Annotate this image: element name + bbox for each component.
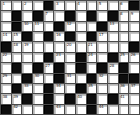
black-cell-r1c6 — [65, 11, 76, 21]
clue-number: 35 — [88, 84, 93, 88]
clue-number: 25 — [120, 53, 125, 57]
clue-number: 2 — [24, 2, 26, 6]
cell-r0c7[interactable]: 4 — [76, 1, 87, 11]
cell-r1c11[interactable]: 8 — [119, 11, 130, 21]
cell-r4c2[interactable]: 19 — [22, 42, 33, 52]
clue-number: 28 — [109, 64, 114, 68]
black-cell-r6c7 — [76, 63, 87, 73]
black-cell-r0c12 — [129, 1, 140, 11]
cell-r4c6[interactable]: 20 — [65, 42, 76, 52]
cell-r4c4[interactable] — [44, 42, 55, 52]
cell-r10c6[interactable] — [65, 105, 76, 115]
cell-r7c3[interactable]: 30 — [33, 74, 44, 84]
clue-number: 18 — [13, 43, 18, 47]
cell-r7c10[interactable] — [108, 74, 119, 84]
black-cell-r6c11 — [119, 63, 130, 73]
black-cell-r8c1 — [12, 84, 23, 94]
clue-number: 16 — [56, 33, 61, 37]
black-cell-r7c5 — [54, 74, 65, 84]
clue-number: 19 — [24, 43, 29, 47]
cell-r7c0[interactable]: 29 — [1, 74, 12, 84]
black-cell-r10c0 — [1, 105, 12, 115]
black-cell-r6c9 — [97, 63, 108, 73]
clue-number: 6 — [120, 2, 122, 6]
clue-number: 5 — [99, 2, 101, 6]
black-cell-r3c6 — [65, 32, 76, 42]
cell-r2c6[interactable]: 12 — [65, 22, 76, 32]
clue-number: 11 — [35, 22, 40, 26]
clue-number: 39 — [13, 95, 18, 99]
black-cell-r10c4 — [44, 105, 55, 115]
cell-r5c5[interactable]: 23 — [54, 53, 65, 63]
cell-r5c12[interactable]: 26 — [129, 53, 140, 63]
black-cell-r6c1 — [12, 63, 23, 73]
black-cell-r10c8 — [87, 105, 98, 115]
cell-r8c5[interactable]: 34 — [54, 84, 65, 94]
clue-number: 7 — [45, 12, 47, 16]
black-cell-r2c1 — [12, 22, 23, 32]
cell-r2c0[interactable] — [1, 22, 12, 32]
cell-r10c1[interactable]: 42 — [12, 105, 23, 115]
black-cell-r9c2 — [22, 94, 33, 104]
cell-r3c9[interactable]: 17 — [97, 32, 108, 42]
cell-r4c7[interactable] — [76, 42, 87, 52]
clue-number: 4 — [77, 2, 79, 6]
black-cell-r0c4 — [44, 1, 55, 11]
cell-r5c2[interactable] — [22, 53, 33, 63]
cell-r3c11[interactable] — [119, 32, 130, 42]
cell-r7c9[interactable]: 32 — [97, 74, 108, 84]
cell-r2c8[interactable] — [87, 22, 98, 32]
cell-r2c12[interactable] — [129, 22, 140, 32]
black-cell-r4c0 — [1, 42, 12, 52]
cell-r0c6[interactable] — [65, 1, 76, 11]
cell-r2c4[interactable] — [44, 22, 55, 32]
cell-r10c9[interactable]: 44 — [97, 105, 108, 115]
cell-r3c1[interactable]: 15 — [12, 32, 23, 42]
black-cell-r2c5 — [54, 22, 65, 32]
clue-number: 38 — [3, 95, 8, 99]
crossword-grid: 1234567891011121314151617181920212223242… — [0, 0, 140, 115]
cell-r0c0[interactable]: 1 — [1, 1, 12, 11]
cell-r2c10[interactable]: 13 — [108, 22, 119, 32]
cell-r2c11[interactable] — [119, 22, 130, 32]
cell-r9c12[interactable] — [129, 94, 140, 104]
cell-r4c8[interactable]: 21 — [87, 42, 98, 52]
clue-number: 21 — [88, 43, 93, 47]
cell-r10c10[interactable] — [108, 105, 119, 115]
cell-r8c12[interactable]: 37 — [129, 84, 140, 94]
cell-r5c1[interactable] — [12, 53, 23, 63]
cell-r7c6[interactable]: 31 — [65, 74, 76, 84]
clue-number: 22 — [3, 53, 8, 57]
clue-number: 27 — [45, 64, 50, 68]
cell-r1c12[interactable]: 9 — [129, 11, 140, 21]
black-cell-r1c10 — [108, 11, 119, 21]
cell-r0c1[interactable] — [12, 1, 23, 11]
cell-r10c3[interactable] — [33, 105, 44, 115]
clue-number: 37 — [131, 84, 136, 88]
cell-r10c12[interactable] — [129, 105, 140, 115]
cell-r7c1[interactable] — [12, 74, 23, 84]
cell-r3c10[interactable] — [108, 32, 119, 42]
cell-r5c0[interactable]: 22 — [1, 53, 12, 63]
clue-number: 24 — [88, 53, 93, 57]
black-cell-r8c4 — [44, 84, 55, 94]
black-cell-r9c6 — [65, 94, 76, 104]
cell-r5c9[interactable] — [97, 53, 108, 63]
cell-r8c11[interactable]: 36 — [119, 84, 130, 94]
black-cell-r6c5 — [54, 63, 65, 73]
cell-r8c9[interactable] — [97, 84, 108, 94]
cell-r10c2[interactable] — [22, 105, 33, 115]
clue-number: 14 — [3, 33, 8, 37]
clue-number: 12 — [67, 22, 72, 26]
black-cell-r3c4 — [44, 32, 55, 42]
black-cell-r1c8 — [87, 11, 98, 21]
cell-r10c11[interactable] — [119, 105, 130, 115]
clue-number: 26 — [131, 53, 136, 57]
cell-r1c4[interactable]: 7 — [44, 11, 55, 21]
cell-r9c1[interactable]: 39 — [12, 94, 23, 104]
cell-r1c9[interactable] — [97, 11, 108, 21]
cell-r2c7[interactable] — [76, 22, 87, 32]
cell-r6c6[interactable] — [65, 63, 76, 73]
cell-r9c3[interactable] — [33, 94, 44, 104]
black-cell-r3c8 — [87, 32, 98, 42]
clue-number: 42 — [13, 105, 18, 109]
black-cell-r4c12 — [129, 42, 140, 52]
clue-number: 23 — [56, 53, 61, 57]
cell-r3c7[interactable] — [76, 32, 87, 42]
clue-number: 30 — [35, 74, 40, 78]
clue-number: 33 — [24, 84, 29, 88]
clue-number: 29 — [3, 74, 8, 78]
crossword-page: 1234567891011121314151617181920212223242… — [0, 0, 140, 115]
black-cell-r7c11 — [119, 74, 130, 84]
cell-r0c11[interactable]: 6 — [119, 1, 130, 11]
black-cell-r5c10 — [108, 53, 119, 63]
black-cell-r2c9 — [97, 22, 108, 32]
black-cell-r9c4 — [44, 94, 55, 104]
cell-r5c6[interactable] — [65, 53, 76, 63]
clue-number: 44 — [99, 105, 104, 109]
black-cell-r7c12 — [129, 74, 140, 84]
cell-r9c0[interactable]: 38 — [1, 94, 12, 104]
cell-r0c9[interactable]: 5 — [97, 1, 108, 11]
cell-r6c8[interactable] — [87, 63, 98, 73]
cell-r9c11[interactable]: 41 — [119, 94, 130, 104]
black-cell-r9c8 — [87, 94, 98, 104]
cell-r3c5[interactable]: 16 — [54, 32, 65, 42]
clue-number: 20 — [67, 43, 72, 47]
clue-number: 1 — [3, 2, 5, 6]
cell-r0c8[interactable] — [87, 1, 98, 11]
cell-r6c12[interactable] — [129, 63, 140, 73]
clue-number: 31 — [67, 74, 72, 78]
cell-r0c5[interactable]: 3 — [54, 1, 65, 11]
clue-number: 10 — [24, 22, 29, 26]
cell-r0c2[interactable]: 2 — [22, 1, 33, 11]
cell-r6c4[interactable]: 27 — [44, 63, 55, 73]
clue-number: 15 — [13, 33, 18, 37]
cell-r2c3[interactable]: 11 — [33, 22, 44, 32]
cell-r7c7[interactable] — [76, 74, 87, 84]
black-cell-r7c8 — [87, 74, 98, 84]
cell-r3c12[interactable] — [129, 32, 140, 42]
cell-r0c10[interactable] — [108, 1, 119, 11]
cell-r3c3[interactable] — [33, 32, 44, 42]
cell-r4c5[interactable] — [54, 42, 65, 52]
clue-number: 9 — [131, 12, 133, 16]
cell-r1c2[interactable] — [22, 11, 33, 21]
cell-r8c0[interactable] — [1, 84, 12, 94]
cell-r8c10[interactable] — [108, 84, 119, 94]
black-cell-r1c1 — [12, 11, 23, 21]
clue-number: 32 — [99, 74, 104, 78]
black-cell-r8c7 — [76, 84, 87, 94]
cell-r0c3[interactable] — [33, 1, 44, 11]
clue-number: 13 — [109, 22, 114, 26]
clue-number: 36 — [120, 84, 125, 88]
cell-r3c0[interactable]: 14 — [1, 32, 12, 42]
cell-r9c5[interactable] — [54, 94, 65, 104]
cell-r8c8[interactable]: 35 — [87, 84, 98, 94]
clue-number: 34 — [56, 84, 61, 88]
cell-r4c1[interactable]: 18 — [12, 42, 23, 52]
cell-r4c10[interactable] — [108, 42, 119, 52]
cell-r1c0[interactable] — [1, 11, 12, 21]
cell-r4c3[interactable] — [33, 42, 44, 52]
cell-r4c9[interactable] — [97, 42, 108, 52]
cell-r6c2[interactable] — [22, 63, 33, 73]
clue-number: 17 — [99, 33, 104, 37]
cell-r8c6[interactable] — [65, 84, 76, 94]
clue-number: 41 — [120, 95, 125, 99]
cell-r10c7[interactable] — [76, 105, 87, 115]
clue-number: 3 — [56, 2, 58, 6]
clue-number: 8 — [120, 12, 122, 16]
cell-r1c7[interactable] — [76, 11, 87, 21]
cell-r9c9[interactable] — [97, 94, 108, 104]
cell-r9c7[interactable]: 40 — [76, 94, 87, 104]
black-cell-r9c10 — [108, 94, 119, 104]
cell-r1c5[interactable] — [54, 11, 65, 21]
cell-r5c8[interactable]: 24 — [87, 53, 98, 63]
black-cell-r5c4 — [44, 53, 55, 63]
cell-r5c3[interactable] — [33, 53, 44, 63]
cell-r8c2[interactable]: 33 — [22, 84, 33, 94]
black-cell-r7c2 — [22, 74, 33, 84]
cell-r6c0[interactable] — [1, 63, 12, 73]
cell-r2c2[interactable]: 10 — [22, 22, 33, 32]
clue-number: 43 — [56, 105, 61, 109]
cell-r6c10[interactable]: 28 — [108, 63, 119, 73]
cell-r5c11[interactable]: 25 — [119, 53, 130, 63]
clue-number: 40 — [77, 95, 82, 99]
black-cell-r3c2 — [22, 32, 33, 42]
black-cell-r5c7 — [76, 53, 87, 63]
cell-r4c11[interactable] — [119, 42, 130, 52]
black-cell-r6c3 — [33, 63, 44, 73]
black-cell-r1c3 — [33, 11, 44, 21]
cell-r8c3[interactable] — [33, 84, 44, 94]
cell-r10c5[interactable]: 43 — [54, 105, 65, 115]
cell-r7c4[interactable] — [44, 74, 55, 84]
